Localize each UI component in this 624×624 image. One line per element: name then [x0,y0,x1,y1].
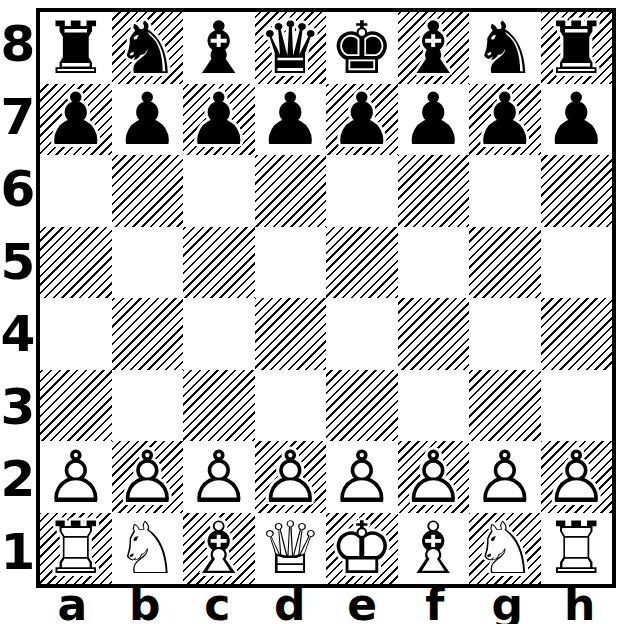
square-e8[interactable]: ♚♚ [326,12,398,84]
square-h6[interactable] [541,155,613,227]
square-g5[interactable] [469,227,541,299]
rank-label-1: 1 [0,516,36,589]
square-g7[interactable]: ♟♟ [469,84,541,156]
black-pawn-glyph: ♟ [541,84,613,156]
piece-white-pawn[interactable]: ♟♙ [541,441,613,513]
square-h2[interactable]: ♟♙ [541,441,613,513]
square-f1[interactable]: ♝♗ [398,513,470,585]
square-h5[interactable] [541,227,613,299]
square-f3[interactable] [398,370,470,442]
square-d3[interactable] [255,370,327,442]
piece-black-pawn[interactable]: ♟♟ [326,84,398,156]
square-e6[interactable] [326,155,398,227]
piece-white-knight[interactable]: ♞♘ [112,513,184,585]
piece-black-pawn[interactable]: ♟♟ [40,84,112,156]
square-b8[interactable]: ♞♞ [112,12,184,84]
black-pawn-glyph: ♟ [112,84,184,156]
white-knight-glyph: ♘ [112,513,184,585]
square-f6[interactable] [398,155,470,227]
piece-white-pawn[interactable]: ♟♙ [112,441,184,513]
square-a7[interactable]: ♟♟ [40,84,112,156]
piece-black-pawn[interactable]: ♟♟ [541,84,613,156]
rank-label-5: 5 [0,226,36,299]
square-h7[interactable]: ♟♟ [541,84,613,156]
square-e3[interactable] [326,370,398,442]
square-g8[interactable]: ♞♞ [469,12,541,84]
square-c7[interactable]: ♟♟ [183,84,255,156]
square-g2[interactable]: ♟♙ [469,441,541,513]
file-label-f: f [399,586,472,624]
square-b7[interactable]: ♟♟ [112,84,184,156]
square-c2[interactable]: ♟♙ [183,441,255,513]
white-knight-glyph: ♘ [469,513,541,585]
square-e5[interactable] [326,227,398,299]
square-f4[interactable] [398,298,470,370]
file-label-c: c [181,586,254,624]
black-knight-glyph: ♞ [112,12,184,84]
piece-white-pawn[interactable]: ♟♙ [326,441,398,513]
square-g6[interactable] [469,155,541,227]
square-a6[interactable] [40,155,112,227]
piece-black-rook[interactable]: ♜♜ [541,12,613,84]
black-bishop-glyph: ♝ [398,12,470,84]
piece-white-pawn[interactable]: ♟♙ [398,441,470,513]
square-f7[interactable]: ♟♟ [398,84,470,156]
square-b3[interactable] [112,370,184,442]
piece-white-pawn[interactable]: ♟♙ [255,441,327,513]
piece-black-pawn[interactable]: ♟♟ [469,84,541,156]
square-b4[interactable] [112,298,184,370]
square-f2[interactable]: ♟♙ [398,441,470,513]
file-label-b: b [109,586,182,624]
square-f8[interactable]: ♝♝ [398,12,470,84]
black-pawn-glyph: ♟ [255,84,327,156]
black-rook-glyph: ♜ [40,12,112,84]
square-b5[interactable] [112,227,184,299]
piece-white-queen[interactable]: ♛♕ [255,513,327,585]
file-label-d: d [254,586,327,624]
square-a5[interactable] [40,227,112,299]
black-queen-glyph: ♛ [255,12,327,84]
square-c5[interactable] [183,227,255,299]
file-labels: a b c d e f g h [36,586,616,624]
square-d4[interactable] [255,298,327,370]
piece-black-rook[interactable]: ♜♜ [40,12,112,84]
square-e4[interactable] [326,298,398,370]
black-bishop-glyph: ♝ [183,12,255,84]
square-d8[interactable]: ♛♛ [255,12,327,84]
piece-black-pawn[interactable]: ♟♟ [255,84,327,156]
white-bishop-glyph: ♗ [398,513,470,585]
white-rook-glyph: ♖ [541,513,613,585]
black-pawn-glyph: ♟ [40,84,112,156]
piece-black-pawn[interactable]: ♟♟ [112,84,184,156]
chess-board: ♜♜♞♞♝♝♛♛♚♚♝♝♞♞♜♜♟♟♟♟♟♟♟♟♟♟♟♟♟♟♟♟♟♙♟♙♟♙♟♙… [36,8,616,588]
white-pawn-glyph: ♙ [541,441,613,513]
black-knight-glyph: ♞ [469,12,541,84]
square-b2[interactable]: ♟♙ [112,441,184,513]
square-c8[interactable]: ♝♝ [183,12,255,84]
file-label-h: h [544,586,617,624]
square-g1[interactable]: ♞♘ [469,513,541,585]
rank-labels: 8 7 6 5 4 3 2 1 [0,8,36,588]
piece-white-knight[interactable]: ♞♘ [469,513,541,585]
square-h4[interactable] [541,298,613,370]
black-pawn-glyph: ♟ [469,84,541,156]
square-d6[interactable] [255,155,327,227]
chess-diagram: 8 7 6 5 4 3 2 1 ♜♜♞♞♝♝♛♛♚♚♝♝♞♞♜♜♟♟♟♟♟♟♟♟… [0,0,624,624]
file-label-e: e [326,586,399,624]
white-pawn-glyph: ♙ [112,441,184,513]
file-label-a: a [36,586,109,624]
square-b1[interactable]: ♞♘ [112,513,184,585]
square-d5[interactable] [255,227,327,299]
square-g3[interactable] [469,370,541,442]
black-rook-glyph: ♜ [541,12,613,84]
black-pawn-glyph: ♟ [326,84,398,156]
file-label-g: g [471,586,544,624]
white-pawn-glyph: ♙ [40,441,112,513]
square-e1[interactable]: ♚♔ [326,513,398,585]
square-e7[interactable]: ♟♟ [326,84,398,156]
piece-white-rook[interactable]: ♜♖ [40,513,112,585]
square-c3[interactable] [183,370,255,442]
rank-label-2: 2 [0,443,36,516]
white-pawn-glyph: ♙ [326,441,398,513]
square-h3[interactable] [541,370,613,442]
piece-black-knight[interactable]: ♞♞ [112,12,184,84]
square-c1[interactable]: ♝♗ [183,513,255,585]
square-a1[interactable]: ♜♖ [40,513,112,585]
white-king-glyph: ♔ [326,513,398,585]
square-c4[interactable] [183,298,255,370]
square-d2[interactable]: ♟♙ [255,441,327,513]
square-b6[interactable] [112,155,184,227]
square-f5[interactable] [398,227,470,299]
black-king-glyph: ♚ [326,12,398,84]
square-d1[interactable]: ♛♕ [255,513,327,585]
square-h1[interactable]: ♜♖ [541,513,613,585]
white-pawn-glyph: ♙ [183,441,255,513]
piece-black-king[interactable]: ♚♚ [326,12,398,84]
square-h8[interactable]: ♜♜ [541,12,613,84]
rank-label-6: 6 [0,153,36,226]
square-c6[interactable] [183,155,255,227]
rank-label-3: 3 [0,371,36,444]
piece-white-pawn[interactable]: ♟♙ [469,441,541,513]
piece-white-king[interactable]: ♚♔ [326,513,398,585]
piece-white-bishop[interactable]: ♝♗ [183,513,255,585]
piece-black-knight[interactable]: ♞♞ [469,12,541,84]
white-pawn-glyph: ♙ [398,441,470,513]
square-a8[interactable]: ♜♜ [40,12,112,84]
square-e2[interactable]: ♟♙ [326,441,398,513]
piece-white-pawn[interactable]: ♟♙ [40,441,112,513]
white-rook-glyph: ♖ [40,513,112,585]
piece-white-bishop[interactable]: ♝♗ [398,513,470,585]
square-a2[interactable]: ♟♙ [40,441,112,513]
white-queen-glyph: ♕ [255,513,327,585]
piece-black-bishop[interactable]: ♝♝ [183,12,255,84]
rank-label-7: 7 [0,81,36,154]
piece-black-bishop[interactable]: ♝♝ [398,12,470,84]
rank-label-8: 8 [0,8,36,81]
square-g4[interactable] [469,298,541,370]
piece-white-rook[interactable]: ♜♖ [541,513,613,585]
square-a3[interactable] [40,370,112,442]
white-bishop-glyph: ♗ [183,513,255,585]
black-pawn-glyph: ♟ [398,84,470,156]
white-pawn-glyph: ♙ [255,441,327,513]
piece-black-queen[interactable]: ♛♛ [255,12,327,84]
white-pawn-glyph: ♙ [469,441,541,513]
piece-white-pawn[interactable]: ♟♙ [183,441,255,513]
piece-black-pawn[interactable]: ♟♟ [398,84,470,156]
piece-black-pawn[interactable]: ♟♟ [183,84,255,156]
black-pawn-glyph: ♟ [183,84,255,156]
square-d7[interactable]: ♟♟ [255,84,327,156]
square-a4[interactable] [40,298,112,370]
rank-label-4: 4 [0,298,36,371]
